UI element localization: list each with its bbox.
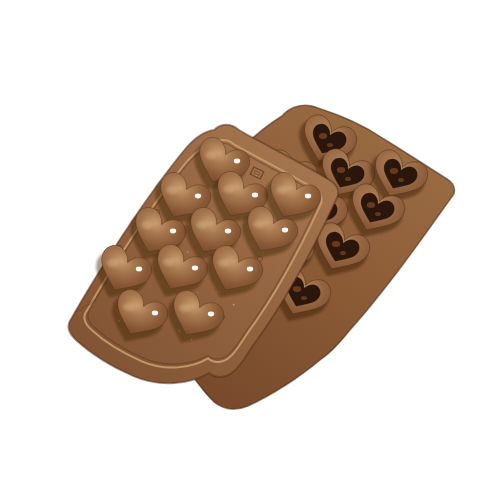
molds-illustration: 01 01 bbox=[0, 0, 500, 500]
product-photo: 01 01 bbox=[0, 0, 500, 500]
